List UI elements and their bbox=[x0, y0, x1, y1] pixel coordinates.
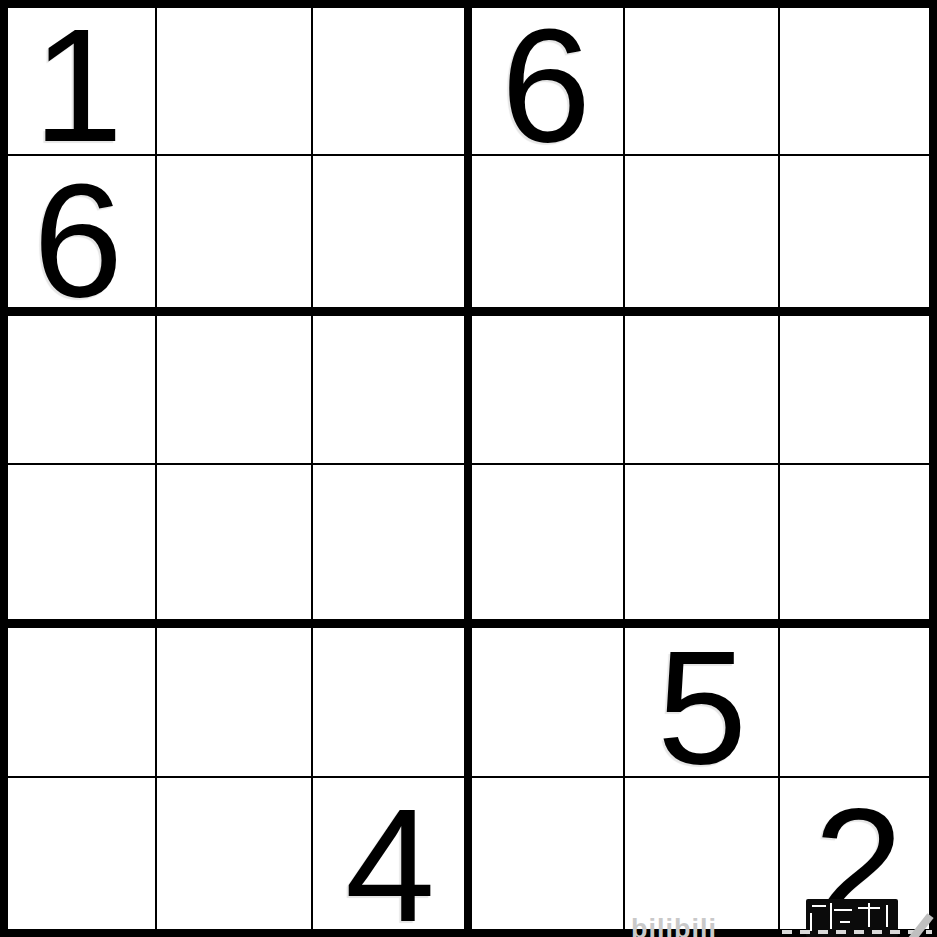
cell-r2c2[interactable] bbox=[156, 155, 312, 311]
watermark-bilibili-text: bilibili bbox=[631, 916, 717, 937]
given-digit: 6 bbox=[33, 159, 123, 321]
cell-r1c1[interactable]: 1 bbox=[0, 0, 156, 155]
cell-r4c4[interactable] bbox=[468, 466, 624, 622]
cell-r4c2[interactable] bbox=[156, 466, 312, 622]
cell-r5c4[interactable] bbox=[468, 622, 624, 777]
box-divider-vertical bbox=[464, 0, 472, 937]
cell-r1c6[interactable] bbox=[780, 0, 937, 155]
cell-r3c6[interactable] bbox=[780, 311, 937, 466]
cell-r5c1[interactable] bbox=[0, 622, 156, 777]
watermark-stroke bbox=[886, 905, 888, 927]
grid-line-vertical-4 bbox=[623, 0, 625, 937]
cell-r2c6[interactable] bbox=[780, 155, 937, 311]
cell-r2c4[interactable] bbox=[468, 155, 624, 311]
cell-r4c5[interactable] bbox=[624, 466, 780, 622]
cell-r5c2[interactable] bbox=[156, 622, 312, 777]
given-digit: 4 bbox=[345, 784, 435, 937]
given-digit: 5 bbox=[657, 626, 747, 788]
cell-r4c6[interactable] bbox=[780, 466, 937, 622]
cell-r3c2[interactable] bbox=[156, 311, 312, 466]
watermark-stroke bbox=[868, 903, 870, 927]
cell-r3c1[interactable] bbox=[0, 311, 156, 466]
cell-r1c5[interactable] bbox=[624, 0, 780, 155]
cell-r1c3[interactable] bbox=[312, 0, 468, 155]
grid-line-vertical-5 bbox=[778, 0, 780, 937]
sudoku-board: 166542 bilibili bbox=[0, 0, 937, 937]
cell-r5c3[interactable] bbox=[312, 622, 468, 777]
cell-r5c6[interactable] bbox=[780, 622, 937, 777]
watermark-stroke bbox=[810, 913, 812, 931]
watermark-stroke bbox=[834, 909, 852, 911]
cell-r3c5[interactable] bbox=[624, 311, 780, 466]
cell-r6c3[interactable]: 4 bbox=[312, 777, 468, 937]
grid-line-horizontal-1 bbox=[0, 154, 937, 156]
watermark-outline-on-border bbox=[782, 930, 932, 934]
cell-r1c4[interactable]: 6 bbox=[468, 0, 624, 155]
cell-r4c3[interactable] bbox=[312, 466, 468, 622]
grid-line-horizontal-5 bbox=[0, 776, 937, 778]
watermark-stroke bbox=[830, 903, 832, 929]
cell-r6c1[interactable] bbox=[0, 777, 156, 937]
grid-line-horizontal-3 bbox=[0, 463, 937, 465]
watermark-stroke bbox=[840, 921, 850, 923]
watermark-stroke bbox=[812, 905, 826, 907]
cell-r3c4[interactable] bbox=[468, 311, 624, 466]
given-digit: 1 bbox=[33, 4, 123, 166]
cell-r2c1[interactable]: 6 bbox=[0, 155, 156, 311]
cell-r2c3[interactable] bbox=[312, 155, 468, 311]
cell-r6c2[interactable] bbox=[156, 777, 312, 937]
cell-r6c4[interactable] bbox=[468, 777, 624, 937]
cell-r6c5[interactable] bbox=[624, 777, 780, 937]
grid-line-vertical-1 bbox=[155, 0, 157, 937]
cell-r5c5[interactable]: 5 bbox=[624, 622, 780, 777]
cell-r3c3[interactable] bbox=[312, 311, 468, 466]
given-digit: 6 bbox=[501, 4, 591, 166]
box-divider-horizontal-2 bbox=[0, 619, 937, 628]
box-divider-horizontal-1 bbox=[0, 307, 937, 316]
cell-r1c2[interactable] bbox=[156, 0, 312, 155]
cell-r2c5[interactable] bbox=[624, 155, 780, 311]
cell-r4c1[interactable] bbox=[0, 466, 156, 622]
grid-line-vertical-2 bbox=[311, 0, 313, 937]
